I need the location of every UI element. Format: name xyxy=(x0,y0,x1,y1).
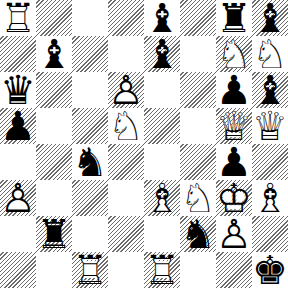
square-h3[interactable]: ♝♗ xyxy=(252,180,288,216)
black-bishop[interactable]: ♝ xyxy=(36,36,72,72)
square-c1[interactable]: ♜♖ xyxy=(72,252,108,288)
square-c7[interactable] xyxy=(72,36,108,72)
piece-fill-layer: ♚ xyxy=(216,180,252,216)
square-d2[interactable] xyxy=(108,216,144,252)
square-f1[interactable] xyxy=(180,252,216,288)
square-c5[interactable] xyxy=(72,108,108,144)
piece-fill-layer: ♟ xyxy=(0,180,36,216)
square-d8[interactable] xyxy=(108,0,144,36)
square-d7[interactable] xyxy=(108,36,144,72)
square-f6[interactable] xyxy=(180,72,216,108)
piece-glyph: ♝ xyxy=(144,0,180,36)
square-g4[interactable]: ♟ xyxy=(216,144,252,180)
square-e5[interactable] xyxy=(144,108,180,144)
piece-outline-layer: ♗ xyxy=(252,180,288,216)
square-b8[interactable] xyxy=(36,0,72,36)
square-g5[interactable]: ♛♕ xyxy=(216,108,252,144)
white-knight[interactable]: ♞♘ xyxy=(216,36,252,72)
white-knight[interactable]: ♞♘ xyxy=(252,36,288,72)
square-d3[interactable] xyxy=(108,180,144,216)
piece-outline-layer: ♖ xyxy=(0,0,36,36)
square-a1[interactable] xyxy=(0,252,36,288)
piece-fill-layer: ♝ xyxy=(252,180,288,216)
piece-outline-layer: ♙ xyxy=(216,216,252,252)
piece-glyph: ♜ xyxy=(36,216,72,252)
piece-outline-layer: ♘ xyxy=(180,180,216,216)
square-g8[interactable]: ♜ xyxy=(216,0,252,36)
square-d4[interactable] xyxy=(108,144,144,180)
piece-outline-layer: ♖ xyxy=(144,252,180,288)
square-e1[interactable]: ♜♖ xyxy=(144,252,180,288)
black-bishop[interactable]: ♝ xyxy=(144,36,180,72)
square-f5[interactable] xyxy=(180,108,216,144)
square-c6[interactable] xyxy=(72,72,108,108)
square-b5[interactable] xyxy=(36,108,72,144)
piece-glyph: ♟ xyxy=(216,144,252,180)
piece-outline-layer: ♔ xyxy=(216,180,252,216)
square-d6[interactable]: ♟♙ xyxy=(108,72,144,108)
square-e3[interactable]: ♝♗ xyxy=(144,180,180,216)
square-h5[interactable]: ♛♕ xyxy=(252,108,288,144)
white-rook[interactable]: ♜♖ xyxy=(72,252,108,288)
white-king[interactable]: ♚♔ xyxy=(216,180,252,216)
square-b3[interactable] xyxy=(36,180,72,216)
piece-glyph: ♝ xyxy=(144,36,180,72)
square-g2[interactable]: ♟♙ xyxy=(216,216,252,252)
piece-fill-layer: ♞ xyxy=(252,36,288,72)
piece-fill-layer: ♜ xyxy=(144,252,180,288)
piece-glyph: ♟ xyxy=(216,72,252,108)
black-pawn[interactable]: ♟ xyxy=(216,72,252,108)
piece-fill-layer: ♛ xyxy=(216,108,252,144)
square-f4[interactable] xyxy=(180,144,216,180)
white-knight[interactable]: ♞♘ xyxy=(108,108,144,144)
square-a4[interactable] xyxy=(0,144,36,180)
square-e2[interactable] xyxy=(144,216,180,252)
piece-fill-layer: ♞ xyxy=(180,180,216,216)
black-bishop[interactable]: ♝ xyxy=(252,0,288,36)
black-rook[interactable]: ♜ xyxy=(36,216,72,252)
white-queen[interactable]: ♛♕ xyxy=(252,108,288,144)
piece-glyph: ♜ xyxy=(216,0,252,36)
piece-glyph: ♞ xyxy=(72,144,108,180)
white-pawn[interactable]: ♟♙ xyxy=(0,180,36,216)
piece-glyph: ♟ xyxy=(0,108,36,144)
black-king[interactable]: ♚ xyxy=(252,252,288,288)
piece-outline-layer: ♕ xyxy=(216,108,252,144)
square-h8[interactable]: ♝ xyxy=(252,0,288,36)
piece-glyph: ♝ xyxy=(36,36,72,72)
piece-outline-layer: ♘ xyxy=(252,36,288,72)
square-a8[interactable]: ♜♖ xyxy=(0,0,36,36)
piece-outline-layer: ♘ xyxy=(108,108,144,144)
square-b6[interactable] xyxy=(36,72,72,108)
square-e7[interactable]: ♝ xyxy=(144,36,180,72)
white-bishop[interactable]: ♝♗ xyxy=(252,180,288,216)
square-e6[interactable] xyxy=(144,72,180,108)
square-f2[interactable]: ♞ xyxy=(180,216,216,252)
piece-outline-layer: ♙ xyxy=(108,72,144,108)
black-bishop[interactable]: ♝ xyxy=(144,0,180,36)
square-a3[interactable]: ♟♙ xyxy=(0,180,36,216)
piece-fill-layer: ♟ xyxy=(216,216,252,252)
square-b2[interactable]: ♜ xyxy=(36,216,72,252)
black-knight[interactable]: ♞ xyxy=(180,216,216,252)
square-g7[interactable]: ♞♘ xyxy=(216,36,252,72)
piece-fill-layer: ♞ xyxy=(216,36,252,72)
square-g3[interactable]: ♚♔ xyxy=(216,180,252,216)
piece-outline-layer: ♙ xyxy=(0,180,36,216)
piece-fill-layer: ♟ xyxy=(108,72,144,108)
square-g6[interactable]: ♟ xyxy=(216,72,252,108)
square-f3[interactable]: ♞♘ xyxy=(180,180,216,216)
black-rook[interactable]: ♜ xyxy=(216,0,252,36)
square-e8[interactable]: ♝ xyxy=(144,0,180,36)
piece-glyph: ♝ xyxy=(252,0,288,36)
square-e4[interactable] xyxy=(144,144,180,180)
piece-glyph: ♛ xyxy=(0,72,36,108)
black-knight[interactable]: ♞ xyxy=(72,144,108,180)
chess-board: ♜♖♝♜♝♝♝♞♘♞♘♛♟♙♟♝♟♞♘♛♕♛♕♞♟♟♙♝♗♞♘♚♔♝♗♜♞♟♙♜… xyxy=(0,0,288,288)
piece-outline-layer: ♖ xyxy=(72,252,108,288)
white-pawn[interactable]: ♟♙ xyxy=(108,72,144,108)
piece-glyph: ♞ xyxy=(180,216,216,252)
square-b4[interactable] xyxy=(36,144,72,180)
square-c3[interactable] xyxy=(72,180,108,216)
black-bishop[interactable]: ♝ xyxy=(252,72,288,108)
white-rook[interactable]: ♜♖ xyxy=(0,0,36,36)
piece-fill-layer: ♜ xyxy=(0,0,36,36)
square-a5[interactable]: ♟ xyxy=(0,108,36,144)
square-a6[interactable]: ♛ xyxy=(0,72,36,108)
piece-fill-layer: ♝ xyxy=(144,180,180,216)
white-rook[interactable]: ♜♖ xyxy=(144,252,180,288)
square-h6[interactable]: ♝ xyxy=(252,72,288,108)
white-bishop[interactable]: ♝♗ xyxy=(144,180,180,216)
square-a7[interactable] xyxy=(0,36,36,72)
piece-outline-layer: ♕ xyxy=(252,108,288,144)
square-d1[interactable] xyxy=(108,252,144,288)
square-h4[interactable] xyxy=(252,144,288,180)
piece-glyph: ♝ xyxy=(252,72,288,108)
black-pawn[interactable]: ♟ xyxy=(216,144,252,180)
black-pawn[interactable]: ♟ xyxy=(0,108,36,144)
white-pawn[interactable]: ♟♙ xyxy=(216,216,252,252)
square-h7[interactable]: ♞♘ xyxy=(252,36,288,72)
piece-glyph: ♚ xyxy=(252,252,288,288)
square-d5[interactable]: ♞♘ xyxy=(108,108,144,144)
piece-fill-layer: ♞ xyxy=(108,108,144,144)
square-a2[interactable] xyxy=(0,216,36,252)
piece-outline-layer: ♘ xyxy=(216,36,252,72)
square-b7[interactable]: ♝ xyxy=(36,36,72,72)
square-c8[interactable] xyxy=(72,0,108,36)
square-g1[interactable] xyxy=(216,252,252,288)
square-h1[interactable]: ♚ xyxy=(252,252,288,288)
piece-fill-layer: ♜ xyxy=(72,252,108,288)
square-b1[interactable] xyxy=(36,252,72,288)
white-knight[interactable]: ♞♘ xyxy=(180,180,216,216)
piece-fill-layer: ♛ xyxy=(252,108,288,144)
square-c4[interactable]: ♞ xyxy=(72,144,108,180)
square-c2[interactable] xyxy=(72,216,108,252)
square-h2[interactable] xyxy=(252,216,288,252)
square-f7[interactable] xyxy=(180,36,216,72)
black-queen[interactable]: ♛ xyxy=(0,72,36,108)
square-f8[interactable] xyxy=(180,0,216,36)
piece-outline-layer: ♗ xyxy=(144,180,180,216)
white-queen[interactable]: ♛♕ xyxy=(216,108,252,144)
